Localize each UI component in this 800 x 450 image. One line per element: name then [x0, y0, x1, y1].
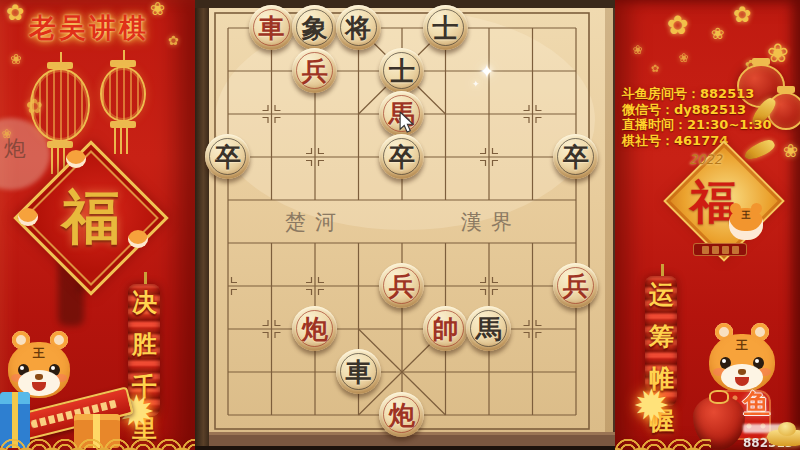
channel-title: 老吴讲棋: [0, 10, 178, 46]
douyu-logo-icon: 鱼: [743, 388, 770, 419]
xiangqi-board[interactable]: 楚河 漢界 車象将士兵士馬卒卒卒兵兵炮帥馬車炮 ✦ ✦: [195, 0, 615, 450]
couplet-char: 决: [132, 286, 157, 319]
info-wechat: 微信号：dy882513: [622, 102, 798, 118]
couplet-char: 筹: [649, 320, 674, 353]
blossom-icon: ✿: [667, 12, 689, 38]
piece-black-卒[interactable]: 卒: [379, 134, 424, 179]
stream-frame: 炮 ✿ ❀ ✿ ❀ ✿ ❀ 老吴讲棋 福 决 胜 千 里 ✹: [0, 0, 800, 450]
left-decor-panel: 炮 ✿ ❀ ✿ ❀ ✿ ❀ 老吴讲棋 福 决 胜 千 里 ✹: [0, 0, 195, 450]
piece-black-馬[interactable]: 馬: [466, 306, 511, 351]
tiger-cub-icon: [66, 150, 86, 168]
piece-red-兵[interactable]: 兵: [379, 263, 424, 308]
couplet-char: 胜: [132, 328, 157, 361]
piece-black-士[interactable]: 士: [379, 48, 424, 93]
piece-black-車[interactable]: 車: [336, 349, 381, 394]
blossom-icon: ❀: [633, 44, 643, 56]
stream-info-block: 斗鱼房间号：882513 微信号：dy882513 直播时间：21:30~1:3…: [622, 86, 798, 148]
greeting-band: [693, 243, 747, 256]
blossom-icon: ✿: [733, 4, 751, 26]
piece-black-象[interactable]: 象: [292, 5, 337, 50]
couplet-char: 运: [649, 278, 674, 311]
piece-black-卒[interactable]: 卒: [553, 134, 598, 179]
wave-pattern: [0, 420, 195, 450]
lantern-icon: [100, 66, 146, 140]
mouse-cursor: [398, 112, 416, 134]
piece-red-炮[interactable]: 炮: [379, 392, 424, 437]
gold-ingot-icon: [767, 430, 800, 446]
blossom-icon: ❀: [2, 128, 12, 140]
blossom-icon: ✿: [651, 64, 659, 74]
wave-pattern: [615, 420, 711, 450]
blossom-icon: ❀: [711, 26, 724, 42]
piece-red-帥[interactable]: 帥: [423, 306, 468, 351]
lantern-icon: [30, 68, 90, 160]
piece-black-卒[interactable]: 卒: [205, 134, 250, 179]
tiger-face-icon: [729, 208, 763, 240]
info-club-number: 棋社号：461774: [622, 133, 798, 149]
piece-black-将[interactable]: 将: [336, 5, 381, 50]
piece-red-兵[interactable]: 兵: [553, 263, 598, 308]
info-room-number: 斗鱼房间号：882513: [622, 86, 798, 102]
piece-red-兵[interactable]: 兵: [292, 48, 337, 93]
info-stream-time: 直播时间：21:30~1:30: [622, 117, 798, 133]
year-text: 2022: [689, 152, 722, 167]
sparkle-effect: ✦: [479, 62, 495, 81]
piece-black-士[interactable]: 士: [423, 5, 468, 50]
fu-character: 福: [39, 166, 143, 270]
blossom-icon: ❀: [10, 52, 22, 66]
tiger-cub-icon: [18, 208, 38, 226]
blossom-icon: ❀: [767, 40, 789, 66]
blossom-icon: ❀: [679, 52, 689, 64]
piece-red-車[interactable]: 車: [249, 5, 294, 50]
sparkle-effect: ✦: [472, 80, 480, 89]
piece-red-炮[interactable]: 炮: [292, 306, 337, 351]
right-decor-panel: ✿ ❀ ✿ ❀ ❀ ✿ ❀ ✿ ❀ 斗鱼房间号：882513 微信号：dy882…: [615, 0, 800, 450]
piece-grid: 車象将士兵士馬卒卒卒兵兵炮帥馬車炮: [206, 6, 598, 436]
tiger-cub-icon: [128, 230, 148, 248]
